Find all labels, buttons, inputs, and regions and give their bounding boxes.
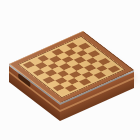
product-photo-chess-box — [0, 0, 140, 140]
